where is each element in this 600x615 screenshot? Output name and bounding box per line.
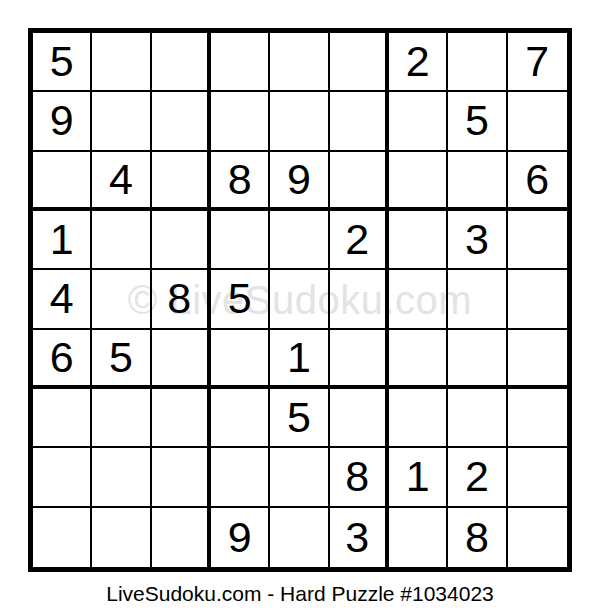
cell-r7c9[interactable] — [508, 389, 567, 448]
cell-r9c7[interactable] — [389, 508, 448, 567]
cell-r3c7[interactable] — [389, 152, 448, 211]
cell-r7c8[interactable] — [448, 389, 507, 448]
cell-r2c1[interactable]: 9 — [33, 92, 92, 151]
cell-r7c4[interactable] — [211, 389, 270, 448]
cell-r9c1[interactable] — [33, 508, 92, 567]
cell-r6c5[interactable]: 1 — [270, 330, 329, 389]
cell-r5c8[interactable] — [448, 270, 507, 329]
cell-r9c8[interactable]: 8 — [448, 508, 507, 567]
cell-r3c5[interactable]: 9 — [270, 152, 329, 211]
cell-r3c2[interactable]: 4 — [92, 152, 151, 211]
sudoku-board: © LiveSudoku.com 52795489612348565158129… — [28, 28, 572, 572]
cell-r3c8[interactable] — [448, 152, 507, 211]
cell-r7c5[interactable]: 5 — [270, 389, 329, 448]
cell-r1c3[interactable] — [152, 33, 211, 92]
cell-r1c4[interactable] — [211, 33, 270, 92]
cell-r6c1[interactable]: 6 — [33, 330, 92, 389]
cell-r4c2[interactable] — [92, 211, 151, 270]
cell-r5c6[interactable] — [330, 270, 389, 329]
cell-r3c4[interactable]: 8 — [211, 152, 270, 211]
cell-r1c1[interactable]: 5 — [33, 33, 92, 92]
cell-r1c8[interactable] — [448, 33, 507, 92]
cell-r2c9[interactable] — [508, 92, 567, 151]
cell-r8c9[interactable] — [508, 448, 567, 507]
cell-r1c7[interactable]: 2 — [389, 33, 448, 92]
cell-r8c5[interactable] — [270, 448, 329, 507]
cell-r9c4[interactable]: 9 — [211, 508, 270, 567]
cell-r2c4[interactable] — [211, 92, 270, 151]
cell-r9c3[interactable] — [152, 508, 211, 567]
cell-r1c6[interactable] — [330, 33, 389, 92]
cell-r2c5[interactable] — [270, 92, 329, 151]
cell-r4c9[interactable] — [508, 211, 567, 270]
cell-r3c9[interactable]: 6 — [508, 152, 567, 211]
cell-r2c7[interactable] — [389, 92, 448, 151]
cell-r8c4[interactable] — [211, 448, 270, 507]
cell-r6c9[interactable] — [508, 330, 567, 389]
cell-r6c2[interactable]: 5 — [92, 330, 151, 389]
cell-r5c9[interactable] — [508, 270, 567, 329]
cell-r4c7[interactable] — [389, 211, 448, 270]
cell-r1c5[interactable] — [270, 33, 329, 92]
cell-r8c8[interactable]: 2 — [448, 448, 507, 507]
cell-r3c1[interactable] — [33, 152, 92, 211]
cell-r6c8[interactable] — [448, 330, 507, 389]
cell-r3c3[interactable] — [152, 152, 211, 211]
sudoku-grid: 5279548961234856515812938 — [33, 33, 567, 567]
cell-r4c6[interactable]: 2 — [330, 211, 389, 270]
cell-r8c6[interactable]: 8 — [330, 448, 389, 507]
cell-r1c2[interactable] — [92, 33, 151, 92]
puzzle-caption: LiveSudoku.com - Hard Puzzle #1034023 — [0, 582, 600, 606]
page: © LiveSudoku.com 52795489612348565158129… — [0, 0, 600, 615]
cell-r9c2[interactable] — [92, 508, 151, 567]
cell-r2c3[interactable] — [152, 92, 211, 151]
cell-r4c3[interactable] — [152, 211, 211, 270]
cell-r4c1[interactable]: 1 — [33, 211, 92, 270]
cell-r7c1[interactable] — [33, 389, 92, 448]
cell-r5c7[interactable] — [389, 270, 448, 329]
cell-r2c8[interactable]: 5 — [448, 92, 507, 151]
cell-r4c8[interactable]: 3 — [448, 211, 507, 270]
cell-r4c5[interactable] — [270, 211, 329, 270]
cell-r3c6[interactable] — [330, 152, 389, 211]
cell-r9c9[interactable] — [508, 508, 567, 567]
cell-r8c1[interactable] — [33, 448, 92, 507]
cell-r2c6[interactable] — [330, 92, 389, 151]
cell-r9c5[interactable] — [270, 508, 329, 567]
cell-r7c7[interactable] — [389, 389, 448, 448]
cell-r8c3[interactable] — [152, 448, 211, 507]
cell-r5c1[interactable]: 4 — [33, 270, 92, 329]
cell-r2c2[interactable] — [92, 92, 151, 151]
cell-r1c9[interactable]: 7 — [508, 33, 567, 92]
cell-r6c4[interactable] — [211, 330, 270, 389]
cell-r5c4[interactable]: 5 — [211, 270, 270, 329]
cell-r5c2[interactable] — [92, 270, 151, 329]
cell-r6c6[interactable] — [330, 330, 389, 389]
cell-r5c3[interactable]: 8 — [152, 270, 211, 329]
cell-r8c2[interactable] — [92, 448, 151, 507]
cell-r7c6[interactable] — [330, 389, 389, 448]
cell-r4c4[interactable] — [211, 211, 270, 270]
cell-r7c3[interactable] — [152, 389, 211, 448]
cell-r9c6[interactable]: 3 — [330, 508, 389, 567]
cell-r7c2[interactable] — [92, 389, 151, 448]
cell-r5c5[interactable] — [270, 270, 329, 329]
cell-r6c3[interactable] — [152, 330, 211, 389]
cell-r8c7[interactable]: 1 — [389, 448, 448, 507]
cell-r6c7[interactable] — [389, 330, 448, 389]
